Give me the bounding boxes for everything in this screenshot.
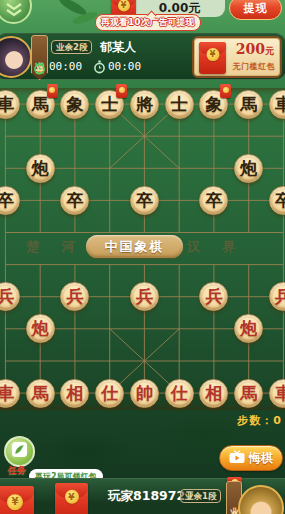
piece-black-卒-3-6[interactable]: 卒 bbox=[199, 186, 228, 215]
board-cell-0-1[interactable]: 馬 bbox=[23, 88, 58, 120]
piece-red-仕-9-5[interactable]: 仕 bbox=[165, 379, 194, 408]
piece-glyph: 炮 bbox=[32, 320, 49, 337]
coin-icon bbox=[119, 87, 125, 93]
piece-glyph: 卒 bbox=[205, 192, 222, 209]
piece-glyph: 車 bbox=[0, 96, 14, 113]
piece-glyph: 車 bbox=[275, 385, 285, 402]
board-cell-0-7[interactable]: 馬 bbox=[231, 88, 266, 120]
move-clock-icon bbox=[93, 59, 106, 78]
piece-black-卒-3-2[interactable]: 卒 bbox=[60, 186, 89, 215]
board-cell-7-0[interactable] bbox=[0, 313, 23, 345]
board-cell-6-1[interactable] bbox=[23, 281, 58, 313]
board-cell-7-7[interactable]: 炮 bbox=[231, 313, 266, 345]
piece-red-帥-9-4[interactable]: 帥 bbox=[130, 379, 159, 408]
piece-black-卒-3-0[interactable]: 卒 bbox=[0, 186, 20, 215]
board-cell-3-6[interactable]: 卒 bbox=[197, 184, 232, 216]
piece-glyph: 象 bbox=[205, 96, 222, 113]
board-cell-2-8[interactable] bbox=[266, 152, 285, 184]
piece-black-卒-3-4[interactable]: 卒 bbox=[130, 186, 159, 215]
board-cell-3-8[interactable]: 卒 bbox=[266, 184, 285, 216]
board-cell-5-7[interactable] bbox=[231, 249, 266, 281]
ad-tooltip: 再观看10次广告可提现 bbox=[95, 14, 201, 31]
board-cell-1-1[interactable] bbox=[23, 120, 58, 152]
piece-glyph: 馬 bbox=[32, 96, 49, 113]
piece-glyph: 兵 bbox=[205, 288, 222, 305]
piece-glyph: 車 bbox=[0, 385, 14, 402]
board-cell-4-0[interactable] bbox=[0, 216, 23, 248]
feather-icon bbox=[12, 442, 27, 461]
board-cell-9-2[interactable]: 相 bbox=[58, 377, 93, 409]
opponent-rank-chip: 业余2段 bbox=[51, 40, 92, 54]
piece-black-象-0-2[interactable]: 象 bbox=[60, 90, 89, 119]
piece-black-馬-0-1[interactable]: 馬 bbox=[26, 90, 55, 119]
xiangqi-game-screen: 0.00元 ¥ 提现 再观看10次广告可提现 业余 业余2段 郁某人 00:00… bbox=[0, 0, 285, 514]
foliage-decoration bbox=[40, 430, 130, 470]
board-cell-8-7[interactable] bbox=[231, 345, 266, 377]
piece-black-士-0-3[interactable]: 士 bbox=[95, 90, 124, 119]
coin-icon bbox=[223, 87, 229, 93]
tv-icon bbox=[229, 450, 245, 467]
board-cell-4-1[interactable] bbox=[23, 216, 58, 248]
red-envelope-badge-icon[interactable] bbox=[220, 84, 231, 98]
piece-glyph: 兵 bbox=[0, 288, 14, 305]
coin-icon: ¥ bbox=[7, 494, 23, 510]
board-cell-6-6[interactable]: 兵 bbox=[197, 281, 232, 313]
board-cell-8-6[interactable] bbox=[197, 345, 232, 377]
board-cell-4-3[interactable] bbox=[92, 216, 127, 248]
piece-glyph: 馬 bbox=[240, 385, 257, 402]
piece-red-車-9-0[interactable]: 車 bbox=[0, 379, 20, 408]
board-cell-2-1[interactable]: 炮 bbox=[23, 152, 58, 184]
opponent-rank-text: 业余2段 bbox=[56, 42, 87, 52]
board-cell-4-6[interactable] bbox=[197, 216, 232, 248]
piece-glyph: 馬 bbox=[32, 385, 49, 402]
board-cell-2-5[interactable] bbox=[162, 152, 197, 184]
board-cell-3-5[interactable] bbox=[162, 184, 197, 216]
piece-red-相-9-2[interactable]: 相 bbox=[60, 379, 89, 408]
piece-glyph: 卒 bbox=[136, 192, 153, 209]
board-cell-3-0[interactable]: 卒 bbox=[0, 184, 23, 216]
board-cell-1-2[interactable] bbox=[58, 120, 93, 152]
board-cell-6-7[interactable] bbox=[231, 281, 266, 313]
board-cell-5-0[interactable] bbox=[0, 249, 23, 281]
piece-glyph: 炮 bbox=[240, 160, 257, 177]
board-cell-9-0[interactable]: 車 bbox=[0, 377, 23, 409]
opponent-name: 郁某人 bbox=[100, 39, 136, 56]
move-clock-time: 00:00 bbox=[108, 60, 141, 73]
self-rank-chip: 业余1段 bbox=[180, 489, 221, 503]
board-cell-8-2[interactable] bbox=[58, 345, 93, 377]
board-cell-8-8[interactable] bbox=[266, 345, 285, 377]
board-cell-0-0[interactable]: 車 bbox=[0, 88, 23, 120]
board-cell-2-6[interactable] bbox=[197, 152, 232, 184]
task-button[interactable] bbox=[4, 436, 35, 467]
piece-black-士-0-5[interactable]: 士 bbox=[165, 90, 194, 119]
board-cell-3-4[interactable]: 卒 bbox=[127, 184, 162, 216]
game-clock-icon bbox=[33, 60, 46, 79]
board-cell-9-7[interactable]: 馬 bbox=[231, 377, 266, 409]
board-cell-5-1[interactable] bbox=[23, 249, 58, 281]
piece-glyph: 相 bbox=[66, 385, 83, 402]
red-envelope-badge-icon[interactable] bbox=[116, 84, 127, 98]
piece-red-炮-7-1[interactable]: 炮 bbox=[26, 314, 55, 343]
board-cell-5-4[interactable] bbox=[127, 249, 162, 281]
board-cell-7-2[interactable] bbox=[58, 313, 93, 345]
piece-red-仕-9-3[interactable]: 仕 bbox=[95, 379, 124, 408]
piece-red-炮-7-7[interactable]: 炮 bbox=[234, 314, 263, 343]
board-cell-2-4[interactable] bbox=[127, 152, 162, 184]
board-cell-7-4[interactable] bbox=[127, 313, 162, 345]
board-cell-2-7[interactable]: 炮 bbox=[231, 152, 266, 184]
piece-red-車-9-8[interactable]: 車 bbox=[269, 379, 285, 408]
board-cell-7-6[interactable] bbox=[197, 313, 232, 345]
board-cell-4-4[interactable] bbox=[127, 216, 162, 248]
board-cell-0-6[interactable]: 象 bbox=[197, 88, 232, 120]
board-cell-9-1[interactable]: 馬 bbox=[23, 377, 58, 409]
piece-red-馬-9-7[interactable]: 馬 bbox=[234, 379, 263, 408]
board-cell-5-2[interactable] bbox=[58, 249, 93, 281]
coin-icon: ¥ bbox=[206, 48, 219, 61]
piece-black-卒-3-8[interactable]: 卒 bbox=[269, 186, 285, 215]
board-cell-2-2[interactable] bbox=[58, 152, 93, 184]
board-cell-9-4[interactable]: 帥 bbox=[127, 377, 162, 409]
board-cell-9-6[interactable]: 相 bbox=[197, 377, 232, 409]
piece-glyph: 帥 bbox=[136, 385, 153, 402]
board-cell-8-4[interactable] bbox=[127, 345, 162, 377]
piece-glyph: 士 bbox=[171, 96, 188, 113]
board-cell-4-7[interactable] bbox=[231, 216, 266, 248]
board-cell-6-0[interactable]: 兵 bbox=[0, 281, 23, 313]
piece-black-車-0-0[interactable]: 車 bbox=[0, 90, 20, 119]
board-cell-6-3[interactable] bbox=[92, 281, 127, 313]
piece-glyph: 車 bbox=[275, 96, 285, 113]
board-cell-1-3[interactable] bbox=[92, 120, 127, 152]
board-cell-6-4[interactable]: 兵 bbox=[127, 281, 162, 313]
board-cell-0-3[interactable]: 士 bbox=[92, 88, 127, 120]
piece-glyph: 兵 bbox=[275, 288, 285, 305]
board-cell-4-5[interactable] bbox=[162, 216, 197, 248]
piece-glyph: 兵 bbox=[136, 288, 153, 305]
piece-black-車-0-8[interactable]: 車 bbox=[269, 90, 285, 119]
board-cell-2-3[interactable] bbox=[92, 152, 127, 184]
piece-glyph: 馬 bbox=[240, 96, 257, 113]
coin-icon: ¥ bbox=[65, 490, 79, 504]
piece-black-馬-0-7[interactable]: 馬 bbox=[234, 90, 263, 119]
board-cell-1-4[interactable] bbox=[127, 120, 162, 152]
undo-button[interactable]: 悔棋 bbox=[219, 445, 283, 471]
piece-glyph: 卒 bbox=[66, 192, 83, 209]
coin-icon: ¥ bbox=[118, 0, 130, 11]
board-cell-1-7[interactable] bbox=[231, 120, 266, 152]
board-cell-5-3[interactable] bbox=[92, 249, 127, 281]
board-cell-8-1[interactable] bbox=[23, 345, 58, 377]
piece-glyph: 仕 bbox=[171, 385, 188, 402]
board-cell-5-5[interactable] bbox=[162, 249, 197, 281]
xiangqi-board-grid: 車馬象士將士象馬車炮炮卒卒卒卒卒兵兵兵兵兵炮炮車馬相仕帥仕相馬車 bbox=[0, 88, 285, 409]
piece-red-兵-6-4[interactable]: 兵 bbox=[130, 282, 159, 311]
chevron-down-icon bbox=[5, 2, 23, 22]
board-cell-9-8[interactable]: 車 bbox=[266, 377, 285, 409]
board-cell-8-5[interactable] bbox=[162, 345, 197, 377]
piece-red-兵-6-2[interactable]: 兵 bbox=[60, 282, 89, 311]
ad-tooltip-text: 再观看10次广告可提现 bbox=[101, 17, 195, 27]
piece-glyph: 將 bbox=[136, 96, 153, 113]
red-packet-box[interactable]: ¥ 200元 无门槛红包 bbox=[192, 36, 282, 78]
piece-glyph: 相 bbox=[205, 385, 222, 402]
piece-glyph: 卒 bbox=[275, 192, 285, 209]
board-cell-9-3[interactable]: 仕 bbox=[92, 377, 127, 409]
board-cell-8-0[interactable] bbox=[0, 345, 23, 377]
steps-counter: 步数：0 bbox=[237, 413, 282, 428]
board-cell-4-2[interactable] bbox=[58, 216, 93, 248]
collapse-button[interactable] bbox=[0, 0, 32, 24]
piece-glyph: 象 bbox=[66, 96, 83, 113]
piece-glyph: 炮 bbox=[240, 320, 257, 337]
board-cell-7-5[interactable] bbox=[162, 313, 197, 345]
piece-red-兵-6-0[interactable]: 兵 bbox=[0, 282, 20, 311]
red-packet-label: 无门槛红包 bbox=[233, 61, 276, 72]
board-cell-4-8[interactable] bbox=[266, 216, 285, 248]
piece-red-相-9-6[interactable]: 相 bbox=[199, 379, 228, 408]
piece-black-象-0-6[interactable]: 象 bbox=[199, 90, 228, 119]
board-cell-1-5[interactable] bbox=[162, 120, 197, 152]
red-envelope-badge-icon[interactable] bbox=[47, 84, 58, 98]
piece-glyph: 仕 bbox=[101, 385, 118, 402]
board-cell-7-8[interactable] bbox=[266, 313, 285, 345]
xiangqi-board: 楚 河 中国象棋 汉 界 車馬象士將士象馬車炮炮卒卒卒卒卒兵兵兵兵兵炮炮車馬相仕… bbox=[0, 88, 285, 410]
board-cell-0-5[interactable]: 士 bbox=[162, 88, 197, 120]
board-cell-7-3[interactable] bbox=[92, 313, 127, 345]
board-cell-6-5[interactable] bbox=[162, 281, 197, 313]
board-cell-3-2[interactable]: 卒 bbox=[58, 184, 93, 216]
piece-glyph: 兵 bbox=[66, 288, 83, 305]
withdraw-button[interactable]: 提现 bbox=[229, 0, 282, 20]
bottom-red-envelope-icon[interactable]: ¥ bbox=[55, 483, 88, 514]
piece-glyph: 卒 bbox=[0, 192, 14, 209]
self-rank-text: 业余1段 bbox=[185, 491, 216, 501]
piece-glyph: 士 bbox=[101, 96, 118, 113]
piece-glyph: 炮 bbox=[32, 160, 49, 177]
board-cell-6-2[interactable]: 兵 bbox=[58, 281, 93, 313]
undo-label: 悔棋 bbox=[249, 450, 273, 467]
board-cell-9-5[interactable]: 仕 bbox=[162, 377, 197, 409]
board-cell-6-8[interactable]: 兵 bbox=[266, 281, 285, 313]
board-cell-5-6[interactable] bbox=[197, 249, 232, 281]
board-cell-1-8[interactable] bbox=[266, 120, 285, 152]
piece-red-兵-6-6[interactable]: 兵 bbox=[199, 282, 228, 311]
piece-red-兵-6-8[interactable]: 兵 bbox=[269, 282, 285, 311]
red-packet-amount: 200元 bbox=[236, 41, 274, 58]
board-cell-1-6[interactable] bbox=[197, 120, 232, 152]
board-cell-7-1[interactable]: 炮 bbox=[23, 313, 58, 345]
piece-black-將-0-4[interactable]: 將 bbox=[130, 90, 159, 119]
board-cell-8-3[interactable] bbox=[92, 345, 127, 377]
task-label: 任务 bbox=[8, 464, 26, 477]
piece-red-馬-9-1[interactable]: 馬 bbox=[26, 379, 55, 408]
game-clock-time: 00:00 bbox=[49, 60, 82, 73]
board-cell-3-7[interactable] bbox=[231, 184, 266, 216]
board-cell-2-0[interactable] bbox=[0, 152, 23, 184]
board-cell-3-3[interactable] bbox=[92, 184, 127, 216]
board-cell-5-8[interactable] bbox=[266, 249, 285, 281]
piece-black-炮-2-7[interactable]: 炮 bbox=[234, 154, 263, 183]
piece-black-炮-2-1[interactable]: 炮 bbox=[26, 154, 55, 183]
bottom-red-envelope-icon[interactable]: ¥ bbox=[0, 486, 34, 514]
red-packet-envelope-icon: ¥ bbox=[199, 42, 226, 74]
withdraw-label: 提现 bbox=[244, 1, 268, 16]
board-cell-1-0[interactable] bbox=[0, 120, 23, 152]
board-cell-0-4[interactable]: 將 bbox=[127, 88, 162, 120]
board-cell-0-2[interactable]: 象 bbox=[58, 88, 93, 120]
board-cell-3-1[interactable] bbox=[23, 184, 58, 216]
coin-icon bbox=[49, 87, 55, 93]
board-cell-0-8[interactable]: 車 bbox=[266, 88, 285, 120]
